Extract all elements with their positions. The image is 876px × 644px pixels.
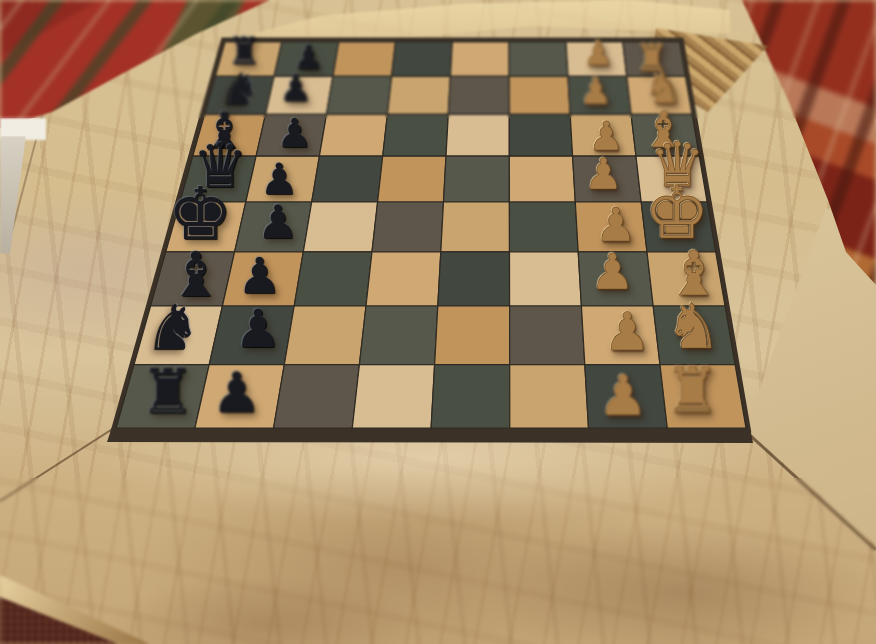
square-g4[interactable] <box>435 306 510 365</box>
square-f6[interactable] <box>294 252 372 306</box>
square-d6[interactable] <box>312 156 383 202</box>
table-photo: ♜♞♝♛♚♝♞♜♟♟♟♟♟♟♟♟♟♟♟♟♟♟♟♟♜♞♝♛♚♝♞♜ <box>0 0 876 644</box>
square-c6[interactable] <box>319 114 387 156</box>
piece-white-rook[interactable]: ♜ <box>664 361 719 423</box>
piece-white-pawn[interactable]: ♟ <box>604 306 651 359</box>
piece-black-pawn[interactable]: ♟ <box>234 302 281 355</box>
square-h4[interactable] <box>431 365 510 428</box>
square-f4[interactable] <box>438 252 510 306</box>
square-b5[interactable] <box>387 76 450 114</box>
square-g6[interactable] <box>284 306 366 365</box>
square-g5[interactable] <box>359 306 437 365</box>
square-e5[interactable] <box>372 202 444 252</box>
square-d3[interactable] <box>509 156 575 202</box>
square-e3[interactable] <box>509 202 578 252</box>
square-c4[interactable] <box>446 114 509 156</box>
piece-white-pawn[interactable]: ♟ <box>590 248 634 298</box>
square-f5[interactable] <box>366 252 441 306</box>
square-a3[interactable] <box>509 42 568 76</box>
square-h3[interactable] <box>510 365 589 428</box>
piece-white-pawn[interactable]: ♟ <box>598 368 648 424</box>
piece-black-pawn[interactable]: ♟ <box>257 199 299 245</box>
piece-white-pawn[interactable]: ♟ <box>580 75 613 112</box>
square-e6[interactable] <box>303 202 377 252</box>
square-a6[interactable] <box>333 42 396 76</box>
piece-black-pawn[interactable]: ♟ <box>279 71 312 108</box>
piece-white-pawn[interactable]: ♟ <box>584 153 623 196</box>
square-h5[interactable] <box>352 365 434 428</box>
square-b3[interactable] <box>509 76 570 114</box>
piece-white-knight[interactable]: ♞ <box>665 295 721 357</box>
chess-board <box>0 0 876 644</box>
square-c3[interactable] <box>509 114 572 156</box>
piece-black-pawn[interactable]: ♟ <box>211 365 261 421</box>
square-a5[interactable] <box>392 42 453 76</box>
square-e4[interactable] <box>441 202 510 252</box>
board-front-edge <box>107 427 753 443</box>
square-a4[interactable] <box>450 42 509 76</box>
square-d5[interactable] <box>378 156 446 202</box>
piece-white-pawn[interactable]: ♟ <box>583 37 613 71</box>
square-h6[interactable] <box>274 365 360 428</box>
square-b6[interactable] <box>327 76 392 114</box>
square-d4[interactable] <box>444 156 510 202</box>
piece-black-pawn[interactable]: ♟ <box>276 112 312 152</box>
piece-black-knight[interactable]: ♞ <box>145 296 201 358</box>
piece-white-pawn[interactable]: ♟ <box>595 202 637 248</box>
piece-black-rook[interactable]: ♜ <box>140 362 195 424</box>
square-b4[interactable] <box>448 76 509 114</box>
square-f3[interactable] <box>510 252 582 306</box>
square-g3[interactable] <box>510 306 585 365</box>
piece-black-pawn[interactable]: ♟ <box>237 252 281 302</box>
square-c5[interactable] <box>383 114 449 156</box>
